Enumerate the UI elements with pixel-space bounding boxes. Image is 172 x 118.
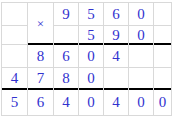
digit-cell-r5c5: 4 [104, 90, 128, 115]
digit-cell-r4c4: 0 [79, 68, 103, 89]
digit-cell-r4c3: 8 [54, 68, 78, 89]
long-multiplication-board: ×9560590860447805640400 [1, 2, 172, 116]
digit-cell-r2c6: 0 [129, 26, 153, 44]
digit-cell-r5c7: 0 [154, 90, 171, 115]
digit-cell-r5c1: 5 [2, 90, 27, 115]
digit-cell-r1c5: 6 [104, 3, 128, 25]
empty-cell-r3c1 [2, 45, 27, 67]
empty-cell-r1c1 [2, 3, 27, 25]
digit-cell-r4c2: 7 [28, 68, 53, 89]
digit-cell-r1c4: 5 [79, 3, 103, 25]
empty-cell-r4c6 [129, 68, 153, 89]
digit-cell-r5c3: 4 [54, 90, 78, 115]
digit-cell-r3c4: 0 [79, 45, 103, 67]
digit-cell-r5c2: 6 [28, 90, 53, 115]
digit-cell-r3c5: 4 [104, 45, 128, 67]
empty-cell-r4c7 [154, 68, 171, 89]
digit-cell-r3c2: 8 [28, 45, 53, 67]
empty-cell-r1c7 [154, 3, 171, 25]
digit-cell-r5c6: 0 [129, 90, 153, 115]
digit-cell-r5c4: 0 [79, 90, 103, 115]
digit-cell-r2c5: 9 [104, 26, 128, 44]
empty-cell-r2c3 [54, 26, 78, 44]
digit-cell-r4c1: 4 [2, 68, 27, 89]
multiply-sign-cell: × [28, 3, 53, 44]
empty-cell-r3c6 [129, 45, 153, 67]
empty-cell-r4c5 [104, 68, 128, 89]
digit-cell-r1c3: 9 [54, 3, 78, 25]
digit-cell-r3c3: 6 [54, 45, 78, 67]
digit-cell-r2c4: 5 [79, 26, 103, 44]
empty-cell-r3c7 [154, 45, 171, 67]
empty-cell-r2c1 [2, 26, 27, 44]
empty-cell-r2c7 [154, 26, 171, 44]
digit-cell-r1c6: 0 [129, 3, 153, 25]
